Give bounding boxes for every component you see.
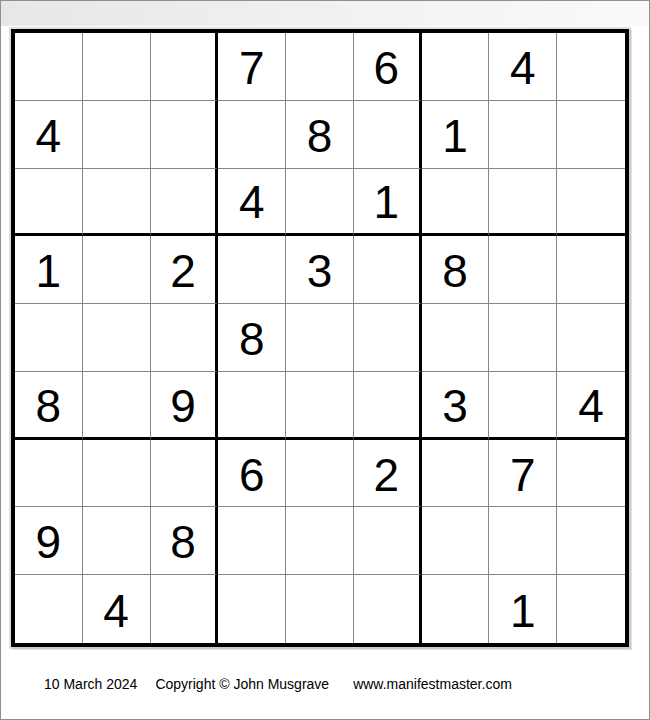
cell-r1c5[interactable] [286, 33, 354, 101]
cell-r9c3[interactable] [151, 575, 219, 643]
cell-r2c3[interactable] [151, 101, 219, 169]
cell-r1c3[interactable] [151, 33, 219, 101]
cell-r2c7: 1 [422, 101, 490, 169]
cell-r8c3: 8 [151, 507, 219, 575]
cell-r3c9[interactable] [557, 169, 625, 237]
cell-r9c2: 4 [83, 575, 151, 643]
cell-r9c4[interactable] [218, 575, 286, 643]
cell-r6c7: 3 [422, 372, 490, 440]
cell-r4c7: 8 [422, 236, 490, 304]
cell-r7c6: 2 [354, 440, 422, 508]
cell-r8c2[interactable] [83, 507, 151, 575]
puzzle-page: 764481411238889346279841 10 March 2024Co… [0, 0, 650, 720]
cell-r4c3: 2 [151, 236, 219, 304]
cell-r6c3: 9 [151, 372, 219, 440]
cell-r1c2[interactable] [83, 33, 151, 101]
cell-r4c5: 3 [286, 236, 354, 304]
cell-r7c1[interactable] [15, 440, 83, 508]
cell-r5c9[interactable] [557, 304, 625, 372]
cell-r2c9[interactable] [557, 101, 625, 169]
cell-r1c7[interactable] [422, 33, 490, 101]
cell-r3c6: 1 [354, 169, 422, 237]
header-strip [1, 1, 649, 26]
cell-r3c2[interactable] [83, 169, 151, 237]
cell-r4c4[interactable] [218, 236, 286, 304]
cell-r2c1: 4 [15, 101, 83, 169]
cell-r7c5[interactable] [286, 440, 354, 508]
cell-r5c2[interactable] [83, 304, 151, 372]
cell-r3c4: 4 [218, 169, 286, 237]
cell-r1c8: 4 [489, 33, 557, 101]
cell-r6c5[interactable] [286, 372, 354, 440]
cell-r1c6: 6 [354, 33, 422, 101]
cell-r8c8[interactable] [489, 507, 557, 575]
cell-r4c9[interactable] [557, 236, 625, 304]
cell-r8c9[interactable] [557, 507, 625, 575]
cell-r5c8[interactable] [489, 304, 557, 372]
cell-r7c3[interactable] [151, 440, 219, 508]
cell-r9c6[interactable] [354, 575, 422, 643]
footer-website: www.manifestmaster.com [353, 676, 512, 692]
cell-r6c4[interactable] [218, 372, 286, 440]
cell-r6c9: 4 [557, 372, 625, 440]
cell-r8c1: 9 [15, 507, 83, 575]
cell-r2c8[interactable] [489, 101, 557, 169]
cell-r7c4: 6 [218, 440, 286, 508]
cell-r7c7[interactable] [422, 440, 490, 508]
cell-r5c5[interactable] [286, 304, 354, 372]
cell-r2c4[interactable] [218, 101, 286, 169]
cell-r7c8: 7 [489, 440, 557, 508]
cell-r5c7[interactable] [422, 304, 490, 372]
cell-r5c6[interactable] [354, 304, 422, 372]
cell-r8c6[interactable] [354, 507, 422, 575]
cell-r4c8[interactable] [489, 236, 557, 304]
cell-r9c8: 1 [489, 575, 557, 643]
cell-r6c8[interactable] [489, 372, 557, 440]
cell-r8c4[interactable] [218, 507, 286, 575]
cell-r3c1[interactable] [15, 169, 83, 237]
cell-r2c5: 8 [286, 101, 354, 169]
cell-r7c9[interactable] [557, 440, 625, 508]
cell-r9c5[interactable] [286, 575, 354, 643]
cell-r6c1: 8 [15, 372, 83, 440]
cell-r1c1[interactable] [15, 33, 83, 101]
cell-r1c9[interactable] [557, 33, 625, 101]
cell-r9c7[interactable] [422, 575, 490, 643]
footer-copyright: Copyright © John Musgrave [155, 676, 329, 692]
cell-r6c6[interactable] [354, 372, 422, 440]
cell-r5c3[interactable] [151, 304, 219, 372]
cell-r4c2[interactable] [83, 236, 151, 304]
cell-r4c6[interactable] [354, 236, 422, 304]
footer-date: 10 March 2024 [44, 676, 137, 692]
sudoku-board: 764481411238889346279841 [11, 29, 629, 647]
footer: 10 March 2024Copyright © John Musgraveww… [44, 676, 512, 692]
cell-r9c1[interactable] [15, 575, 83, 643]
cell-r5c4: 8 [218, 304, 286, 372]
cell-r3c8[interactable] [489, 169, 557, 237]
cell-r3c5[interactable] [286, 169, 354, 237]
cell-r8c5[interactable] [286, 507, 354, 575]
cell-r7c2[interactable] [83, 440, 151, 508]
cell-r8c7[interactable] [422, 507, 490, 575]
cell-r3c3[interactable] [151, 169, 219, 237]
cell-r5c1[interactable] [15, 304, 83, 372]
cell-r4c1: 1 [15, 236, 83, 304]
cell-r2c2[interactable] [83, 101, 151, 169]
cell-r9c9[interactable] [557, 575, 625, 643]
cell-r2c6[interactable] [354, 101, 422, 169]
cell-r3c7[interactable] [422, 169, 490, 237]
cell-r1c4: 7 [218, 33, 286, 101]
cell-r6c2[interactable] [83, 372, 151, 440]
